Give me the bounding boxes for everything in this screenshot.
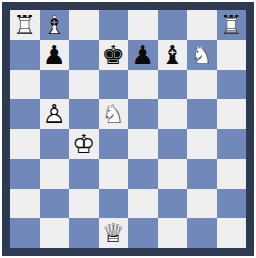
square-d1[interactable]: ♛♕ xyxy=(99,218,129,248)
square-b6[interactable] xyxy=(40,70,70,100)
square-c7[interactable] xyxy=(69,40,99,70)
knight-glyph: ♘ xyxy=(188,40,216,69)
king-glyph: ♚ xyxy=(99,40,127,69)
white-knight[interactable]: ♞♘ xyxy=(99,100,127,129)
black-pawn[interactable]: ♙♟ xyxy=(129,40,157,69)
bishop-glyph: ♗ xyxy=(40,10,68,39)
white-rook[interactable]: ♜♖ xyxy=(11,10,39,39)
square-e8[interactable] xyxy=(128,10,158,40)
square-c2[interactable] xyxy=(69,189,99,219)
knight-glyph: ♘ xyxy=(99,100,127,129)
square-c4[interactable]: ♚♔ xyxy=(69,129,99,159)
pawn-glyph: ♙ xyxy=(40,100,68,129)
bishop-glyph: ♝ xyxy=(158,40,186,69)
square-g2[interactable] xyxy=(187,189,217,219)
square-g6[interactable] xyxy=(187,70,217,100)
square-d3[interactable] xyxy=(99,159,129,189)
square-e2[interactable] xyxy=(128,189,158,219)
square-c3[interactable] xyxy=(69,159,99,189)
square-a3[interactable] xyxy=(10,159,40,189)
square-a8[interactable]: ♜♖ xyxy=(10,10,40,40)
white-king[interactable]: ♚♔ xyxy=(70,129,98,158)
square-h7[interactable] xyxy=(217,40,247,70)
square-e1[interactable] xyxy=(128,218,158,248)
square-e7[interactable]: ♙♟ xyxy=(128,40,158,70)
white-queen[interactable]: ♛♕ xyxy=(99,219,127,248)
chess-board: ♜♖♝♗♜♖♙♟♔♚♙♟♗♝♞♘♟♙♞♘♚♔♛♕ xyxy=(10,10,246,248)
square-d6[interactable] xyxy=(99,70,129,100)
queen-glyph: ♕ xyxy=(99,219,127,248)
square-a7[interactable] xyxy=(10,40,40,70)
square-b7[interactable]: ♙♟ xyxy=(40,40,70,70)
square-f4[interactable] xyxy=(158,129,188,159)
pawn-glyph: ♟ xyxy=(40,40,68,69)
square-h3[interactable] xyxy=(217,159,247,189)
square-h5[interactable] xyxy=(217,99,247,129)
white-pawn[interactable]: ♟♙ xyxy=(40,100,68,129)
square-a1[interactable] xyxy=(10,218,40,248)
square-c1[interactable] xyxy=(69,218,99,248)
square-h2[interactable] xyxy=(217,189,247,219)
square-f3[interactable] xyxy=(158,159,188,189)
board-frame: ♜♖♝♗♜♖♙♟♔♚♙♟♗♝♞♘♟♙♞♘♚♔♛♕ xyxy=(2,2,254,256)
square-d2[interactable] xyxy=(99,189,129,219)
chess-diagram: ♜♖♝♗♜♖♙♟♔♚♙♟♗♝♞♘♟♙♞♘♚♔♛♕ xyxy=(0,0,256,258)
square-f8[interactable] xyxy=(158,10,188,40)
square-a6[interactable] xyxy=(10,70,40,100)
square-b2[interactable] xyxy=(40,189,70,219)
square-e4[interactable] xyxy=(128,129,158,159)
square-d4[interactable] xyxy=(99,129,129,159)
square-f5[interactable] xyxy=(158,99,188,129)
square-b5[interactable]: ♟♙ xyxy=(40,99,70,129)
square-a4[interactable] xyxy=(10,129,40,159)
square-f1[interactable] xyxy=(158,218,188,248)
square-g1[interactable] xyxy=(187,218,217,248)
square-g7[interactable]: ♞♘ xyxy=(187,40,217,70)
square-h4[interactable] xyxy=(217,129,247,159)
square-c5[interactable] xyxy=(69,99,99,129)
black-bishop[interactable]: ♗♝ xyxy=(158,40,186,69)
square-h1[interactable] xyxy=(217,218,247,248)
square-d7[interactable]: ♔♚ xyxy=(99,40,129,70)
square-g8[interactable] xyxy=(187,10,217,40)
square-f6[interactable] xyxy=(158,70,188,100)
square-h8[interactable]: ♜♖ xyxy=(217,10,247,40)
square-e6[interactable] xyxy=(128,70,158,100)
square-b4[interactable] xyxy=(40,129,70,159)
pawn-glyph: ♟ xyxy=(129,40,157,69)
white-rook[interactable]: ♜♖ xyxy=(217,10,245,39)
square-f2[interactable] xyxy=(158,189,188,219)
white-knight[interactable]: ♞♘ xyxy=(188,40,216,69)
square-b3[interactable] xyxy=(40,159,70,189)
rook-glyph: ♖ xyxy=(217,10,245,39)
square-f7[interactable]: ♗♝ xyxy=(158,40,188,70)
white-bishop[interactable]: ♝♗ xyxy=(40,10,68,39)
square-b8[interactable]: ♝♗ xyxy=(40,10,70,40)
black-king[interactable]: ♔♚ xyxy=(99,40,127,69)
square-h6[interactable] xyxy=(217,70,247,100)
square-d5[interactable]: ♞♘ xyxy=(99,99,129,129)
square-a5[interactable] xyxy=(10,99,40,129)
square-e5[interactable] xyxy=(128,99,158,129)
square-g3[interactable] xyxy=(187,159,217,189)
square-e3[interactable] xyxy=(128,159,158,189)
square-g5[interactable] xyxy=(187,99,217,129)
square-d8[interactable] xyxy=(99,10,129,40)
square-b1[interactable] xyxy=(40,218,70,248)
king-glyph: ♔ xyxy=(70,129,98,158)
square-c8[interactable] xyxy=(69,10,99,40)
rook-glyph: ♖ xyxy=(11,10,39,39)
square-a2[interactable] xyxy=(10,189,40,219)
square-g4[interactable] xyxy=(187,129,217,159)
square-c6[interactable] xyxy=(69,70,99,100)
black-pawn[interactable]: ♙♟ xyxy=(40,40,68,69)
